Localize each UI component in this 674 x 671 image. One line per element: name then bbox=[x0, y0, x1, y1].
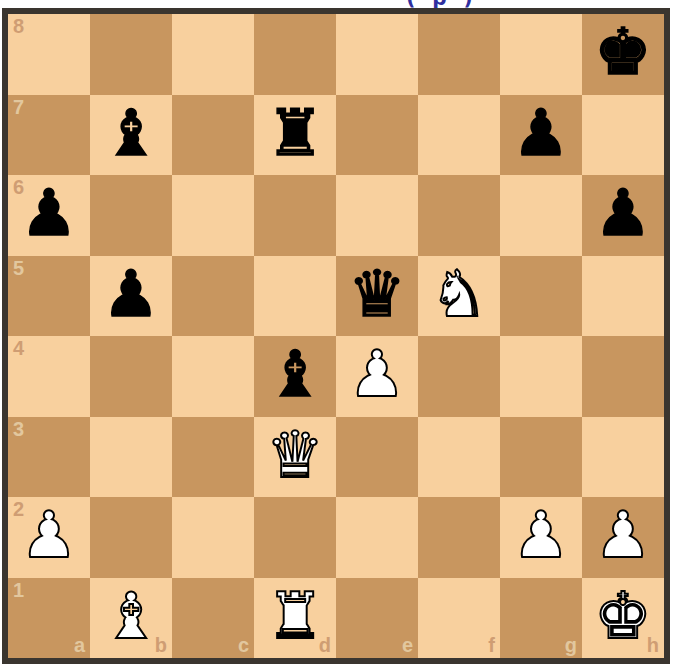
square-d5[interactable] bbox=[254, 256, 336, 337]
square-d4[interactable]: ♝ bbox=[254, 336, 336, 417]
square-a3[interactable]: 3 bbox=[8, 417, 90, 498]
black-king-h8[interactable]: ♚ bbox=[594, 20, 651, 84]
square-a4[interactable]: 4 bbox=[8, 336, 90, 417]
square-d7[interactable]: ♜ bbox=[254, 95, 336, 176]
square-f7[interactable] bbox=[418, 95, 500, 176]
black-queen-e5[interactable]: ♛ bbox=[348, 262, 405, 326]
rank-label-7: 7 bbox=[13, 97, 24, 117]
file-label-e: e bbox=[402, 635, 413, 655]
square-a1[interactable]: 1a bbox=[8, 578, 90, 659]
square-e6[interactable] bbox=[336, 175, 418, 256]
square-h8[interactable]: ♚ bbox=[582, 14, 664, 95]
white-knight-f5[interactable]: ♞ bbox=[430, 262, 487, 326]
square-e4[interactable]: ♟ bbox=[336, 336, 418, 417]
white-pawn-g2[interactable]: ♟ bbox=[512, 503, 569, 567]
square-c6[interactable] bbox=[172, 175, 254, 256]
white-king-h1[interactable]: ♚ bbox=[594, 584, 651, 648]
square-g8[interactable] bbox=[500, 14, 582, 95]
file-label-g: g bbox=[565, 635, 577, 655]
square-b8[interactable] bbox=[90, 14, 172, 95]
square-b4[interactable] bbox=[90, 336, 172, 417]
square-f5[interactable]: ♞ bbox=[418, 256, 500, 337]
square-b7[interactable]: ♝ bbox=[90, 95, 172, 176]
file-label-f: f bbox=[488, 635, 495, 655]
square-d8[interactable] bbox=[254, 14, 336, 95]
square-h5[interactable] bbox=[582, 256, 664, 337]
square-f1[interactable]: f bbox=[418, 578, 500, 659]
white-queen-d3[interactable]: ♛ bbox=[266, 423, 323, 487]
square-h2[interactable]: ♟ bbox=[582, 497, 664, 578]
square-g4[interactable] bbox=[500, 336, 582, 417]
square-b5[interactable]: ♟ bbox=[90, 256, 172, 337]
file-label-a: a bbox=[74, 635, 85, 655]
rank-label-5: 5 bbox=[13, 258, 24, 278]
square-e8[interactable] bbox=[336, 14, 418, 95]
square-c8[interactable] bbox=[172, 14, 254, 95]
white-pawn-h2[interactable]: ♟ bbox=[594, 503, 651, 567]
square-b1[interactable]: b♝ bbox=[90, 578, 172, 659]
square-a6[interactable]: 6♟ bbox=[8, 175, 90, 256]
square-c7[interactable] bbox=[172, 95, 254, 176]
square-g1[interactable]: g bbox=[500, 578, 582, 659]
square-d6[interactable] bbox=[254, 175, 336, 256]
square-g7[interactable]: ♟ bbox=[500, 95, 582, 176]
square-b2[interactable] bbox=[90, 497, 172, 578]
white-rook-d1[interactable]: ♜ bbox=[266, 584, 323, 648]
square-g5[interactable] bbox=[500, 256, 582, 337]
white-pawn-a2[interactable]: ♟ bbox=[20, 503, 77, 567]
square-h4[interactable] bbox=[582, 336, 664, 417]
square-a5[interactable]: 5 bbox=[8, 256, 90, 337]
square-f3[interactable] bbox=[418, 417, 500, 498]
white-pawn-e4[interactable]: ♟ bbox=[348, 342, 405, 406]
square-f2[interactable] bbox=[418, 497, 500, 578]
rank-label-1: 1 bbox=[13, 580, 24, 600]
square-e7[interactable] bbox=[336, 95, 418, 176]
chess-diagram: ( p ) 8♚7♝♜♟6♟♟5♟♛♞4♝♟3♛2♟♟♟1ab♝cd♜efgh♚ bbox=[0, 0, 674, 671]
black-bishop-b7[interactable]: ♝ bbox=[102, 101, 159, 165]
square-a7[interactable]: 7 bbox=[8, 95, 90, 176]
file-label-c: c bbox=[238, 635, 249, 655]
square-d3[interactable]: ♛ bbox=[254, 417, 336, 498]
square-h1[interactable]: h♚ bbox=[582, 578, 664, 659]
rank-label-4: 4 bbox=[13, 338, 24, 358]
white-bishop-b1[interactable]: ♝ bbox=[102, 584, 159, 648]
square-g2[interactable]: ♟ bbox=[500, 497, 582, 578]
square-c2[interactable] bbox=[172, 497, 254, 578]
square-e3[interactable] bbox=[336, 417, 418, 498]
square-h7[interactable] bbox=[582, 95, 664, 176]
board-frame: 8♚7♝♜♟6♟♟5♟♛♞4♝♟3♛2♟♟♟1ab♝cd♜efgh♚ bbox=[2, 8, 670, 664]
black-rook-d7[interactable]: ♜ bbox=[266, 101, 323, 165]
black-pawn-a6[interactable]: ♟ bbox=[20, 181, 77, 245]
black-pawn-b5[interactable]: ♟ bbox=[102, 262, 159, 326]
square-h6[interactable]: ♟ bbox=[582, 175, 664, 256]
square-f8[interactable] bbox=[418, 14, 500, 95]
square-c5[interactable] bbox=[172, 256, 254, 337]
square-e5[interactable]: ♛ bbox=[336, 256, 418, 337]
square-h3[interactable] bbox=[582, 417, 664, 498]
square-d2[interactable] bbox=[254, 497, 336, 578]
rank-label-3: 3 bbox=[13, 419, 24, 439]
black-bishop-d4[interactable]: ♝ bbox=[266, 342, 323, 406]
square-g6[interactable] bbox=[500, 175, 582, 256]
square-d1[interactable]: d♜ bbox=[254, 578, 336, 659]
caption-fragment: ( p ) bbox=[352, 0, 532, 8]
square-e1[interactable]: e bbox=[336, 578, 418, 659]
square-b6[interactable] bbox=[90, 175, 172, 256]
square-a8[interactable]: 8 bbox=[8, 14, 90, 95]
square-a2[interactable]: 2♟ bbox=[8, 497, 90, 578]
square-b3[interactable] bbox=[90, 417, 172, 498]
square-g3[interactable] bbox=[500, 417, 582, 498]
rank-label-8: 8 bbox=[13, 16, 24, 36]
square-f4[interactable] bbox=[418, 336, 500, 417]
black-pawn-g7[interactable]: ♟ bbox=[512, 101, 569, 165]
square-e2[interactable] bbox=[336, 497, 418, 578]
square-c1[interactable]: c bbox=[172, 578, 254, 659]
square-c3[interactable] bbox=[172, 417, 254, 498]
square-f6[interactable] bbox=[418, 175, 500, 256]
black-pawn-h6[interactable]: ♟ bbox=[594, 181, 651, 245]
square-c4[interactable] bbox=[172, 336, 254, 417]
cropped-caption-text: ( p ) bbox=[352, 0, 532, 8]
chess-board: 8♚7♝♜♟6♟♟5♟♛♞4♝♟3♛2♟♟♟1ab♝cd♜efgh♚ bbox=[8, 14, 664, 658]
